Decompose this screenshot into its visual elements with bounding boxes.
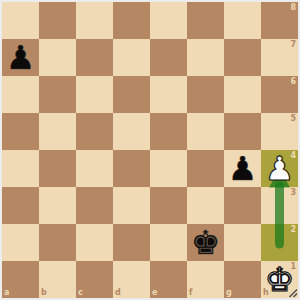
square-e4[interactable] [150, 150, 187, 187]
square-f4[interactable] [187, 150, 224, 187]
file-label-d: d [115, 288, 121, 297]
square-d4[interactable] [113, 150, 150, 187]
square-f5[interactable] [187, 113, 224, 150]
rank-label-7: 7 [290, 40, 296, 49]
chess-board: 8♟765♟4♟3♚2abcdefgh1♚ [2, 2, 298, 298]
square-h3[interactable]: 3 [261, 187, 298, 224]
square-g2[interactable] [224, 224, 261, 261]
black-pawn[interactable]: ♟ [2, 39, 39, 76]
file-label-g: g [226, 288, 232, 297]
square-h8[interactable]: 8 [261, 2, 298, 39]
square-d1[interactable]: d [113, 261, 150, 298]
board-frame: 8♟765♟4♟3♚2abcdefgh1♚ [0, 0, 300, 300]
square-c3[interactable] [76, 187, 113, 224]
square-g5[interactable] [224, 113, 261, 150]
square-f2[interactable]: ♚ [187, 224, 224, 261]
square-d5[interactable] [113, 113, 150, 150]
rank-label-5: 5 [290, 114, 296, 123]
square-a6[interactable] [2, 76, 39, 113]
square-h7[interactable]: 7 [261, 39, 298, 76]
square-g6[interactable] [224, 76, 261, 113]
file-label-a: a [4, 288, 9, 297]
square-h4[interactable]: 4♟ [261, 150, 298, 187]
square-c5[interactable] [76, 113, 113, 150]
square-e8[interactable] [150, 2, 187, 39]
square-a7[interactable]: ♟ [2, 39, 39, 76]
square-d6[interactable] [113, 76, 150, 113]
file-label-e: e [152, 288, 157, 297]
square-e3[interactable] [150, 187, 187, 224]
square-g8[interactable] [224, 2, 261, 39]
file-label-c: c [78, 288, 83, 297]
square-e7[interactable] [150, 39, 187, 76]
square-h2[interactable]: 2 [261, 224, 298, 261]
rank-label-6: 6 [290, 77, 296, 86]
black-king[interactable]: ♚ [187, 224, 224, 261]
square-b1[interactable]: b [39, 261, 76, 298]
square-f7[interactable] [187, 39, 224, 76]
square-e5[interactable] [150, 113, 187, 150]
square-a1[interactable]: a [2, 261, 39, 298]
square-c1[interactable]: c [76, 261, 113, 298]
square-d3[interactable] [113, 187, 150, 224]
square-a4[interactable] [2, 150, 39, 187]
black-pawn[interactable]: ♟ [224, 150, 261, 187]
square-c8[interactable] [76, 2, 113, 39]
square-f3[interactable] [187, 187, 224, 224]
rank-label-8: 8 [290, 3, 296, 12]
square-c7[interactable] [76, 39, 113, 76]
square-b3[interactable] [39, 187, 76, 224]
square-f1[interactable]: f [187, 261, 224, 298]
square-d7[interactable] [113, 39, 150, 76]
square-g4[interactable]: ♟ [224, 150, 261, 187]
file-label-b: b [41, 288, 47, 297]
square-h6[interactable]: 6 [261, 76, 298, 113]
square-f6[interactable] [187, 76, 224, 113]
rank-label-2: 2 [290, 225, 296, 234]
file-label-f: f [189, 288, 192, 297]
square-a2[interactable] [2, 224, 39, 261]
resize-handle[interactable] [288, 288, 298, 298]
square-b6[interactable] [39, 76, 76, 113]
square-e1[interactable]: e [150, 261, 187, 298]
square-a3[interactable] [2, 187, 39, 224]
square-g3[interactable] [224, 187, 261, 224]
white-pawn[interactable]: ♟ [261, 150, 298, 187]
square-g1[interactable]: g [224, 261, 261, 298]
square-a8[interactable] [2, 2, 39, 39]
square-c4[interactable] [76, 150, 113, 187]
square-g7[interactable] [224, 39, 261, 76]
square-d8[interactable] [113, 2, 150, 39]
square-a5[interactable] [2, 113, 39, 150]
square-c6[interactable] [76, 76, 113, 113]
square-h5[interactable]: 5 [261, 113, 298, 150]
square-c2[interactable] [76, 224, 113, 261]
square-b4[interactable] [39, 150, 76, 187]
square-b5[interactable] [39, 113, 76, 150]
rank-label-3: 3 [290, 188, 296, 197]
square-d2[interactable] [113, 224, 150, 261]
square-b2[interactable] [39, 224, 76, 261]
square-e2[interactable] [150, 224, 187, 261]
square-b7[interactable] [39, 39, 76, 76]
square-b8[interactable] [39, 2, 76, 39]
square-e6[interactable] [150, 76, 187, 113]
square-f8[interactable] [187, 2, 224, 39]
